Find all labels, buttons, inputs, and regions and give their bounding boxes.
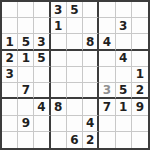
given-digit: 3 [5, 68, 13, 80]
given-digit: 6 [70, 134, 78, 146]
cell-r1c2[interactable] [18, 2, 34, 18]
cell-r7c8[interactable]: 1 [116, 99, 132, 115]
given-digit: 2 [136, 84, 144, 96]
cell-r8c7[interactable] [99, 116, 115, 132]
cell-r2c4[interactable]: 1 [51, 18, 67, 34]
cell-r4c6[interactable] [83, 51, 99, 67]
cell-r9c3[interactable] [34, 132, 50, 148]
cell-r2c2[interactable] [18, 18, 34, 34]
cell-r8c9[interactable] [132, 116, 148, 132]
cell-r6c9[interactable]: 2 [132, 83, 148, 99]
cell-r5c8[interactable] [116, 67, 132, 83]
cell-r9c4[interactable] [51, 132, 67, 148]
given-digit: 1 [119, 101, 127, 113]
cell-r8c8[interactable] [116, 116, 132, 132]
cell-r5c7[interactable] [99, 67, 115, 83]
cell-r6c8[interactable]: 5 [116, 83, 132, 99]
given-digit: 1 [22, 52, 30, 64]
cell-r2c7[interactable] [99, 18, 115, 34]
cell-r7c9[interactable]: 9 [132, 99, 148, 115]
given-digit: 1 [136, 68, 144, 80]
cell-r6c6[interactable] [83, 83, 99, 99]
cell-r8c5[interactable] [67, 116, 83, 132]
cell-r9c8[interactable] [116, 132, 132, 148]
given-digit: 7 [103, 101, 111, 113]
given-digit: 4 [103, 36, 111, 48]
given-digit: 9 [22, 117, 30, 129]
cell-r2c5[interactable] [67, 18, 83, 34]
cell-r1c8[interactable] [116, 2, 132, 18]
cell-r1c4[interactable]: 3 [51, 2, 67, 18]
cell-r3c2[interactable]: 5 [18, 34, 34, 50]
cell-r1c9[interactable] [132, 2, 148, 18]
cell-r4c8[interactable]: 4 [116, 51, 132, 67]
cell-r7c4[interactable]: 8 [51, 99, 67, 115]
cell-r3c5[interactable] [67, 34, 83, 50]
cell-r5c1[interactable]: 3 [2, 67, 18, 83]
cell-r3c4[interactable] [51, 34, 67, 50]
cell-r7c3[interactable]: 4 [34, 99, 50, 115]
cell-r6c4[interactable] [51, 83, 67, 99]
cell-r3c3[interactable]: 3 [34, 34, 50, 50]
cell-r7c5[interactable] [67, 99, 83, 115]
cell-r5c4[interactable] [51, 67, 67, 83]
cell-r5c5[interactable] [67, 67, 83, 83]
cell-r6c2[interactable]: 7 [18, 83, 34, 99]
given-digit: 5 [119, 84, 127, 96]
given-digit: 4 [119, 52, 127, 64]
cell-r6c1[interactable] [2, 83, 18, 99]
cell-r9c9[interactable] [132, 132, 148, 148]
given-digit: 4 [86, 117, 94, 129]
cell-r2c3[interactable] [34, 18, 50, 34]
given-digit: 9 [136, 101, 144, 113]
given-digit: 5 [37, 52, 45, 64]
entry-digit: 3 [103, 84, 111, 96]
cell-r8c6[interactable]: 4 [83, 116, 99, 132]
cell-r1c1[interactable] [2, 2, 18, 18]
cell-r1c3[interactable] [34, 2, 50, 18]
cell-r2c9[interactable] [132, 18, 148, 34]
cell-r6c3[interactable] [34, 83, 50, 99]
cell-r1c6[interactable] [83, 2, 99, 18]
given-digit: 8 [86, 36, 94, 48]
cell-r9c5[interactable]: 6 [67, 132, 83, 148]
cell-r4c4[interactable] [51, 51, 67, 67]
cell-r4c1[interactable]: 2 [2, 51, 18, 67]
cell-r1c7[interactable] [99, 2, 115, 18]
cell-r5c3[interactable] [34, 67, 50, 83]
given-digit: 2 [86, 134, 94, 146]
cell-r2c8[interactable]: 3 [116, 18, 132, 34]
cell-r6c7[interactable]: 3 [99, 83, 115, 99]
given-digit: 7 [22, 84, 30, 96]
cell-r3c9[interactable] [132, 34, 148, 50]
given-digit: 5 [70, 4, 78, 16]
cell-r8c2[interactable]: 9 [18, 116, 34, 132]
cell-r8c1[interactable] [2, 116, 18, 132]
cell-r3c1[interactable]: 1 [2, 34, 18, 50]
given-digit: 3 [54, 4, 62, 16]
cell-r8c4[interactable] [51, 116, 67, 132]
cell-r5c9[interactable]: 1 [132, 67, 148, 83]
cell-r4c7[interactable] [99, 51, 115, 67]
cell-r3c7[interactable]: 4 [99, 34, 115, 50]
cell-r4c5[interactable] [67, 51, 83, 67]
given-digit: 1 [5, 36, 13, 48]
cell-r5c6[interactable] [83, 67, 99, 83]
cell-r7c2[interactable] [18, 99, 34, 115]
cell-r7c6[interactable] [83, 99, 99, 115]
cell-r9c7[interactable] [99, 132, 115, 148]
cell-r2c6[interactable] [83, 18, 99, 34]
cell-r9c2[interactable] [18, 132, 34, 148]
cell-r9c6[interactable]: 2 [83, 132, 99, 148]
cell-r7c7[interactable]: 7 [99, 99, 115, 115]
given-digit: 4 [37, 101, 45, 113]
sudoku-board: 3513153842154317352487199462 [0, 0, 150, 150]
cell-r4c2[interactable]: 1 [18, 51, 34, 67]
given-digit: 3 [119, 20, 127, 32]
cell-r4c9[interactable] [132, 51, 148, 67]
given-digit: 8 [54, 101, 62, 113]
cell-r4c3[interactable]: 5 [34, 51, 50, 67]
cell-r6c5[interactable] [67, 83, 83, 99]
cell-r7c1[interactable] [2, 99, 18, 115]
given-digit: 5 [22, 36, 30, 48]
cell-r9c1[interactable] [2, 132, 18, 148]
cell-r5c2[interactable] [18, 67, 34, 83]
given-digit: 2 [5, 52, 13, 64]
cell-r1c5[interactable]: 5 [67, 2, 83, 18]
given-digit: 1 [54, 20, 62, 32]
cell-r8c3[interactable] [34, 116, 50, 132]
cell-r2c1[interactable] [2, 18, 18, 34]
given-digit: 3 [37, 36, 45, 48]
cell-r3c6[interactable]: 8 [83, 34, 99, 50]
cell-r3c8[interactable] [116, 34, 132, 50]
